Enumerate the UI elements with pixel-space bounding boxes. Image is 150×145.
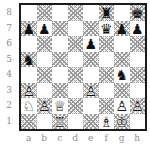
square-a8[interactable]	[21, 5, 37, 21]
square-c2[interactable]: ♕	[52, 98, 68, 114]
square-h8[interactable]: ♚	[130, 5, 146, 21]
rank-label-7: 7	[0, 21, 16, 37]
square-a7[interactable]: ♟	[21, 21, 37, 37]
square-g4[interactable]: ♞	[114, 67, 130, 83]
rank-label-6: 6	[0, 36, 16, 52]
file-label-c: c	[52, 132, 68, 144]
square-f3[interactable]	[99, 83, 115, 99]
square-c3[interactable]	[52, 83, 68, 99]
square-d7[interactable]	[68, 21, 84, 37]
square-f1[interactable]: ♗	[99, 114, 115, 130]
file-label-b: b	[37, 132, 53, 144]
square-b4[interactable]	[37, 67, 53, 83]
black-queen: ♛	[99, 21, 115, 37]
white-queen: ♕	[52, 98, 68, 114]
square-h3[interactable]	[130, 83, 146, 99]
square-b7[interactable]: ♟	[37, 21, 53, 37]
square-g1[interactable]: ♔	[114, 114, 130, 130]
rank-label-8: 8	[0, 5, 16, 21]
square-a4[interactable]	[21, 67, 37, 83]
square-d1[interactable]	[68, 114, 84, 130]
square-c1[interactable]: ♖	[52, 114, 68, 130]
square-h6[interactable]	[130, 36, 146, 52]
square-f4[interactable]	[99, 67, 115, 83]
white-knight: ♘	[21, 98, 37, 114]
square-b3[interactable]	[37, 83, 53, 99]
rank-label-2: 2	[0, 98, 16, 114]
black-rook: ♜	[99, 5, 115, 21]
square-e4[interactable]	[83, 67, 99, 83]
square-e3[interactable]: ♙	[83, 83, 99, 99]
file-label-g: g	[114, 132, 130, 144]
square-b2[interactable]: ♙	[37, 98, 53, 114]
square-g7[interactable]: ♟	[114, 21, 130, 37]
square-e7[interactable]	[83, 21, 99, 37]
square-c5[interactable]	[52, 52, 68, 68]
black-pawn: ♟	[37, 21, 53, 37]
square-e2[interactable]	[83, 98, 99, 114]
square-g3[interactable]	[114, 83, 130, 99]
square-g8[interactable]	[114, 5, 130, 21]
white-pawn: ♙	[114, 98, 130, 114]
square-c7[interactable]	[52, 21, 68, 37]
file-label-a: a	[21, 132, 37, 144]
square-a6[interactable]	[21, 36, 37, 52]
square-b8[interactable]	[37, 5, 53, 21]
square-d5[interactable]	[68, 52, 84, 68]
rank-label-1: 1	[0, 114, 16, 130]
square-h5[interactable]	[130, 52, 146, 68]
square-f2[interactable]	[99, 98, 115, 114]
white-pawn: ♙	[37, 98, 53, 114]
square-h7[interactable]: ♟	[130, 21, 146, 37]
square-a5[interactable]: ♞	[21, 52, 37, 68]
square-b6[interactable]	[37, 36, 53, 52]
black-pawn: ♟	[130, 21, 146, 37]
square-d8[interactable]	[68, 5, 84, 21]
square-d4[interactable]	[68, 67, 84, 83]
square-e8[interactable]	[83, 5, 99, 21]
square-a1[interactable]	[21, 114, 37, 130]
square-a3[interactable]: ♙	[21, 83, 37, 99]
square-h1[interactable]	[130, 114, 146, 130]
white-bishop: ♗	[99, 114, 115, 130]
black-pawn: ♟	[114, 21, 130, 37]
black-pawn: ♟	[21, 21, 37, 37]
black-king: ♚	[130, 5, 146, 21]
file-label-f: f	[99, 132, 115, 144]
square-c6[interactable]	[52, 36, 68, 52]
black-knight: ♞	[21, 52, 37, 68]
square-a2[interactable]: ♘	[21, 98, 37, 114]
square-g6[interactable]	[114, 36, 130, 52]
square-d2[interactable]	[68, 98, 84, 114]
square-f8[interactable]: ♜	[99, 5, 115, 21]
file-label-e: e	[83, 132, 99, 144]
file-labels: abcdefgh	[21, 132, 145, 144]
square-g2[interactable]: ♙	[114, 98, 130, 114]
square-e5[interactable]	[83, 52, 99, 68]
rank-label-5: 5	[0, 52, 16, 68]
square-b5[interactable]	[37, 52, 53, 68]
rank-label-4: 4	[0, 67, 16, 83]
file-label-d: d	[68, 132, 84, 144]
white-pawn: ♙	[21, 83, 37, 99]
square-c8[interactable]	[52, 5, 68, 21]
square-d3[interactable]	[68, 83, 84, 99]
square-h2[interactable]: ♙	[130, 98, 146, 114]
rank-label-3: 3	[0, 83, 16, 99]
white-pawn: ♙	[83, 83, 99, 99]
square-e6[interactable]: ♟	[83, 36, 99, 52]
chess-diagram: 87654321 ♜♚♟♟♛♟♟♟♞♞♙♙♘♙♕♙♙♖♗♔ abcdefgh	[0, 0, 150, 145]
square-c4[interactable]	[52, 67, 68, 83]
rank-labels: 87654321	[0, 5, 16, 129]
square-h4[interactable]	[130, 67, 146, 83]
square-f7[interactable]: ♛	[99, 21, 115, 37]
square-e1[interactable]	[83, 114, 99, 130]
chess-board: ♜♚♟♟♛♟♟♟♞♞♙♙♘♙♕♙♙♖♗♔	[19, 3, 147, 131]
white-king: ♔	[114, 114, 130, 130]
black-pawn: ♟	[83, 36, 99, 52]
square-b1[interactable]	[37, 114, 53, 130]
black-knight: ♞	[114, 67, 130, 83]
white-rook: ♖	[52, 114, 68, 130]
square-d6[interactable]	[68, 36, 84, 52]
white-pawn: ♙	[130, 98, 146, 114]
square-f6[interactable]	[99, 36, 115, 52]
square-f5[interactable]	[99, 52, 115, 68]
file-label-h: h	[130, 132, 146, 144]
square-g5[interactable]	[114, 52, 130, 68]
